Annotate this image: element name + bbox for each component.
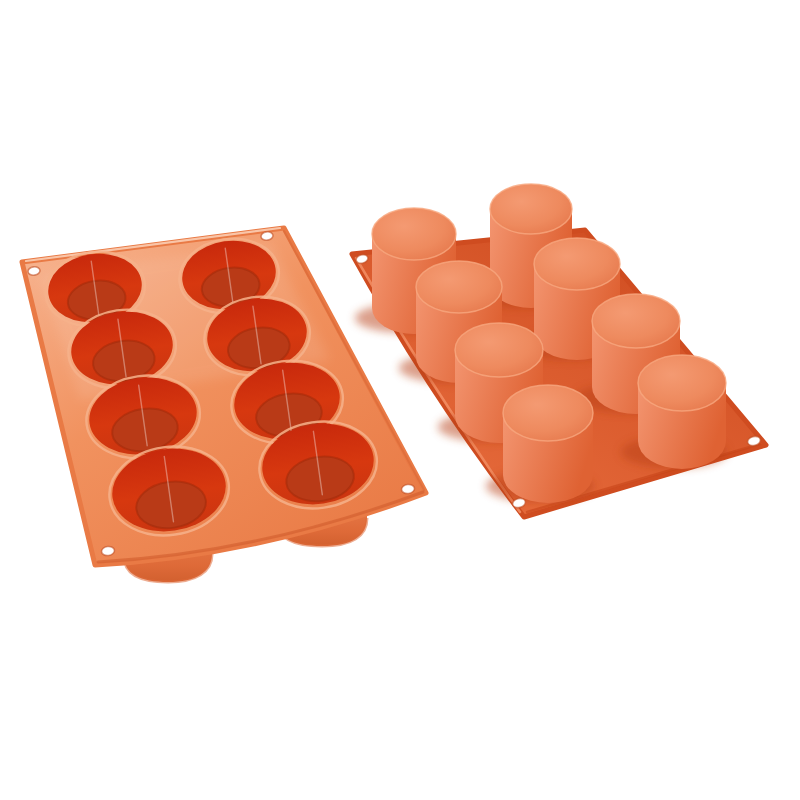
mold-core: [503, 385, 593, 503]
product-photo: 8-cavity cylinder silicone baking mould …: [0, 0, 800, 800]
mold-core: [638, 355, 726, 469]
photo-canvas: [0, 0, 800, 800]
